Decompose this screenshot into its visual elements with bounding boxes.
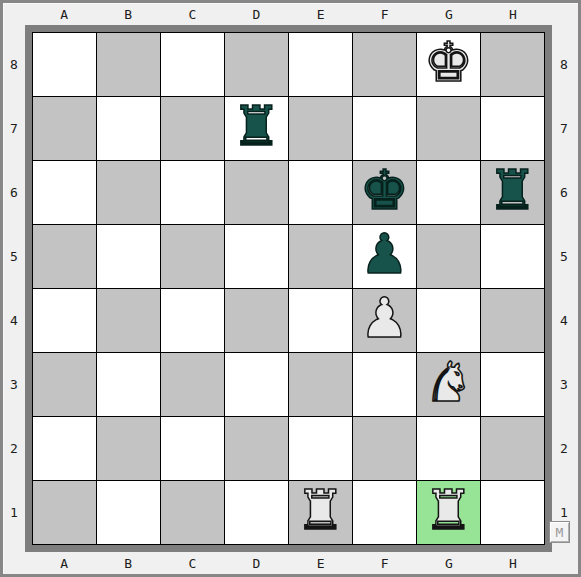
- square-f8[interactable]: [353, 33, 416, 96]
- square-h4[interactable]: [481, 289, 544, 352]
- square-e1[interactable]: ♜: [289, 481, 352, 544]
- square-d3[interactable]: [225, 353, 288, 416]
- square-e6[interactable]: [289, 161, 352, 224]
- square-g5[interactable]: [417, 225, 480, 288]
- file-labels-top: ABCDEFGH: [32, 5, 545, 24]
- square-a1[interactable]: [33, 481, 96, 544]
- square-g7[interactable]: [417, 97, 480, 160]
- chess-board-window: ABCDEFGH 87654321 ♚♜♚♜♟♟♞♜♜ 87654321 ABC…: [0, 0, 581, 577]
- square-f4[interactable]: ♟: [353, 289, 416, 352]
- square-d6[interactable]: [225, 161, 288, 224]
- square-b4[interactable]: [97, 289, 160, 352]
- square-c6[interactable]: [161, 161, 224, 224]
- square-a8[interactable]: [33, 33, 96, 96]
- rank-label-4: 4: [555, 289, 573, 353]
- piece-black-rook-h6[interactable]: ♜: [488, 163, 537, 218]
- rank-label-3: 3: [555, 353, 573, 417]
- square-a6[interactable]: [33, 161, 96, 224]
- square-e3[interactable]: [289, 353, 352, 416]
- square-a4[interactable]: [33, 289, 96, 352]
- file-label-c: C: [160, 554, 224, 573]
- square-h3[interactable]: [481, 353, 544, 416]
- square-e5[interactable]: [289, 225, 352, 288]
- square-c5[interactable]: [161, 225, 224, 288]
- rank-label-2: 2: [555, 417, 573, 481]
- square-d7[interactable]: ♜: [225, 97, 288, 160]
- rank-label-5: 5: [5, 224, 23, 288]
- piece-black-rook-d7[interactable]: ♜: [232, 99, 281, 154]
- square-a5[interactable]: [33, 225, 96, 288]
- piece-white-pawn-f4[interactable]: ♟: [360, 291, 409, 346]
- rank-label-8: 8: [555, 32, 573, 96]
- square-d5[interactable]: [225, 225, 288, 288]
- square-a3[interactable]: [33, 353, 96, 416]
- piece-white-rook-e1[interactable]: ♜: [296, 483, 345, 538]
- square-g3[interactable]: ♞: [417, 353, 480, 416]
- square-h6[interactable]: ♜: [481, 161, 544, 224]
- square-h7[interactable]: [481, 97, 544, 160]
- rank-label-1: 1: [5, 481, 23, 545]
- square-d8[interactable]: [225, 33, 288, 96]
- square-e8[interactable]: [289, 33, 352, 96]
- square-c2[interactable]: [161, 417, 224, 480]
- file-label-h: H: [481, 5, 545, 24]
- square-a2[interactable]: [33, 417, 96, 480]
- rank-labels-left: 87654321: [5, 32, 23, 545]
- square-g6[interactable]: [417, 161, 480, 224]
- square-c7[interactable]: [161, 97, 224, 160]
- rank-label-8: 8: [5, 32, 23, 96]
- file-label-b: B: [96, 5, 160, 24]
- rank-label-6: 6: [5, 160, 23, 224]
- square-f6[interactable]: ♚: [353, 161, 416, 224]
- square-a7[interactable]: [33, 97, 96, 160]
- board-frame: ♚♜♚♜♟♟♞♜♜: [25, 25, 552, 552]
- square-g2[interactable]: [417, 417, 480, 480]
- rank-label-3: 3: [5, 353, 23, 417]
- rank-label-5: 5: [555, 224, 573, 288]
- file-label-e: E: [289, 554, 353, 573]
- square-c4[interactable]: [161, 289, 224, 352]
- file-label-a: A: [32, 554, 96, 573]
- square-e2[interactable]: [289, 417, 352, 480]
- rank-label-6: 6: [555, 160, 573, 224]
- square-c8[interactable]: [161, 33, 224, 96]
- chess-board: ♚♜♚♜♟♟♞♜♜: [32, 32, 545, 545]
- square-f2[interactable]: [353, 417, 416, 480]
- file-label-f: F: [353, 5, 417, 24]
- square-b2[interactable]: [97, 417, 160, 480]
- file-label-a: A: [32, 5, 96, 24]
- square-c1[interactable]: [161, 481, 224, 544]
- file-label-h: H: [481, 554, 545, 573]
- piece-black-king-f6[interactable]: ♚: [360, 163, 409, 218]
- square-e7[interactable]: [289, 97, 352, 160]
- square-f7[interactable]: [353, 97, 416, 160]
- square-h2[interactable]: [481, 417, 544, 480]
- square-d2[interactable]: [225, 417, 288, 480]
- square-d1[interactable]: [225, 481, 288, 544]
- file-label-d: D: [224, 5, 288, 24]
- file-label-d: D: [224, 554, 288, 573]
- square-g4[interactable]: [417, 289, 480, 352]
- square-f5[interactable]: ♟: [353, 225, 416, 288]
- file-label-f: F: [353, 554, 417, 573]
- square-b6[interactable]: [97, 161, 160, 224]
- m-button[interactable]: M: [549, 521, 570, 543]
- square-f3[interactable]: [353, 353, 416, 416]
- square-c3[interactable]: [161, 353, 224, 416]
- square-b5[interactable]: [97, 225, 160, 288]
- rank-labels-right: 87654321: [555, 32, 573, 545]
- piece-white-king-g8[interactable]: ♚: [424, 35, 473, 90]
- square-b1[interactable]: [97, 481, 160, 544]
- square-h5[interactable]: [481, 225, 544, 288]
- rank-label-2: 2: [5, 417, 23, 481]
- square-h1[interactable]: [481, 481, 544, 544]
- square-g1[interactable]: ♜: [417, 481, 480, 544]
- square-b7[interactable]: [97, 97, 160, 160]
- square-e4[interactable]: [289, 289, 352, 352]
- piece-white-rook-g1[interactable]: ♜: [424, 483, 473, 538]
- file-label-b: B: [96, 554, 160, 573]
- file-label-c: C: [160, 5, 224, 24]
- square-h8[interactable]: [481, 33, 544, 96]
- file-label-g: G: [417, 554, 481, 573]
- rank-label-4: 4: [5, 289, 23, 353]
- square-d4[interactable]: [225, 289, 288, 352]
- file-label-e: E: [289, 5, 353, 24]
- square-b8[interactable]: [97, 33, 160, 96]
- square-b3[interactable]: [97, 353, 160, 416]
- rank-label-7: 7: [555, 96, 573, 160]
- file-labels-bottom: ABCDEFGH: [32, 554, 545, 573]
- piece-black-pawn-f5[interactable]: ♟: [360, 227, 409, 282]
- square-f1[interactable]: [353, 481, 416, 544]
- rank-label-7: 7: [5, 96, 23, 160]
- file-label-g: G: [417, 5, 481, 24]
- square-g8[interactable]: ♚: [417, 33, 480, 96]
- piece-white-knight-g3[interactable]: ♞: [424, 355, 473, 410]
